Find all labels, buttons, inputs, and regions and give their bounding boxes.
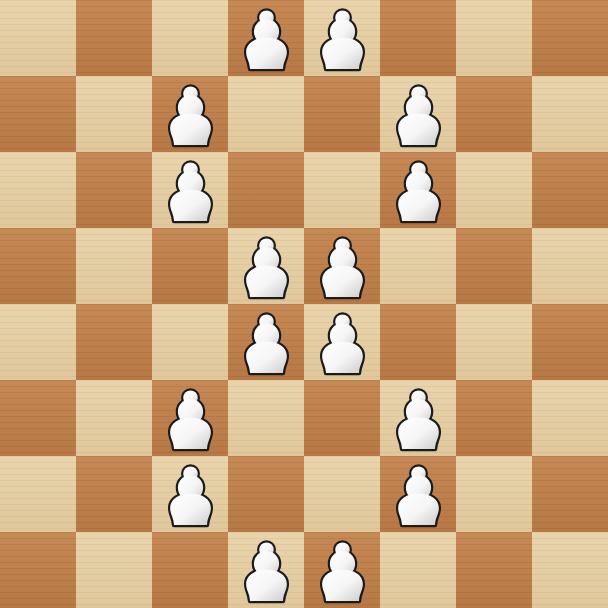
white-pawn[interactable] <box>168 388 213 452</box>
square-f4[interactable] <box>380 304 456 380</box>
white-pawn[interactable] <box>320 236 365 300</box>
square-h2[interactable] <box>532 456 608 532</box>
square-d8[interactable] <box>228 0 304 76</box>
square-c5[interactable] <box>152 228 228 304</box>
square-g7[interactable] <box>456 76 532 152</box>
white-pawn[interactable] <box>244 236 289 300</box>
square-g1[interactable] <box>456 532 532 608</box>
square-g2[interactable] <box>456 456 532 532</box>
white-pawn[interactable] <box>244 540 289 604</box>
white-pawn[interactable] <box>396 160 441 224</box>
white-pawn[interactable] <box>396 84 441 148</box>
white-pawn[interactable] <box>168 464 213 528</box>
square-b4[interactable] <box>76 304 152 380</box>
square-a4[interactable] <box>0 304 76 380</box>
square-c7[interactable] <box>152 76 228 152</box>
square-f8[interactable] <box>380 0 456 76</box>
square-h3[interactable] <box>532 380 608 456</box>
square-e5[interactable] <box>304 228 380 304</box>
square-a7[interactable] <box>0 76 76 152</box>
square-f2[interactable] <box>380 456 456 532</box>
square-g8[interactable] <box>456 0 532 76</box>
square-f6[interactable] <box>380 152 456 228</box>
square-h7[interactable] <box>532 76 608 152</box>
square-g5[interactable] <box>456 228 532 304</box>
square-c4[interactable] <box>152 304 228 380</box>
white-pawn[interactable] <box>244 312 289 376</box>
white-pawn[interactable] <box>168 84 213 148</box>
square-d7[interactable] <box>228 76 304 152</box>
white-pawn[interactable] <box>320 312 365 376</box>
white-pawn[interactable] <box>396 388 441 452</box>
square-f7[interactable] <box>380 76 456 152</box>
square-c8[interactable] <box>152 0 228 76</box>
square-a2[interactable] <box>0 456 76 532</box>
square-b3[interactable] <box>76 380 152 456</box>
square-e6[interactable] <box>304 152 380 228</box>
square-d3[interactable] <box>228 380 304 456</box>
square-f3[interactable] <box>380 380 456 456</box>
square-b5[interactable] <box>76 228 152 304</box>
square-e1[interactable] <box>304 532 380 608</box>
square-h6[interactable] <box>532 152 608 228</box>
square-c3[interactable] <box>152 380 228 456</box>
square-a5[interactable] <box>0 228 76 304</box>
white-pawn[interactable] <box>244 8 289 72</box>
square-b6[interactable] <box>76 152 152 228</box>
square-a8[interactable] <box>0 0 76 76</box>
white-pawn[interactable] <box>320 8 365 72</box>
square-b7[interactable] <box>76 76 152 152</box>
chess-board-container <box>0 0 608 608</box>
white-pawn[interactable] <box>320 540 365 604</box>
square-e8[interactable] <box>304 0 380 76</box>
square-b8[interactable] <box>76 0 152 76</box>
square-d6[interactable] <box>228 152 304 228</box>
square-d4[interactable] <box>228 304 304 380</box>
square-e3[interactable] <box>304 380 380 456</box>
square-e4[interactable] <box>304 304 380 380</box>
square-h8[interactable] <box>532 0 608 76</box>
square-f5[interactable] <box>380 228 456 304</box>
square-g6[interactable] <box>456 152 532 228</box>
square-b1[interactable] <box>76 532 152 608</box>
square-b2[interactable] <box>76 456 152 532</box>
square-d1[interactable] <box>228 532 304 608</box>
square-a6[interactable] <box>0 152 76 228</box>
square-c2[interactable] <box>152 456 228 532</box>
square-g3[interactable] <box>456 380 532 456</box>
white-pawn[interactable] <box>168 160 213 224</box>
square-d2[interactable] <box>228 456 304 532</box>
chess-board <box>0 0 608 608</box>
square-g4[interactable] <box>456 304 532 380</box>
square-c6[interactable] <box>152 152 228 228</box>
white-pawn[interactable] <box>396 464 441 528</box>
square-h1[interactable] <box>532 532 608 608</box>
square-d5[interactable] <box>228 228 304 304</box>
square-e7[interactable] <box>304 76 380 152</box>
square-c1[interactable] <box>152 532 228 608</box>
square-h5[interactable] <box>532 228 608 304</box>
square-f1[interactable] <box>380 532 456 608</box>
square-e2[interactable] <box>304 456 380 532</box>
square-a3[interactable] <box>0 380 76 456</box>
square-a1[interactable] <box>0 532 76 608</box>
square-h4[interactable] <box>532 304 608 380</box>
